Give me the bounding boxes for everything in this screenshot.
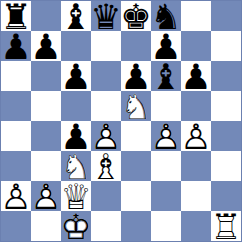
- square-e5[interactable]: ♞♘: [121, 91, 151, 121]
- piece-glyph: ♛: [91, 2, 121, 32]
- piece-black-pawn[interactable]: ♟: [181, 61, 211, 91]
- piece-outline-layer: ♖: [211, 212, 241, 242]
- square-g4[interactable]: ♟♙: [181, 121, 211, 151]
- piece-black-bishop[interactable]: ♝: [151, 61, 181, 91]
- square-f1[interactable]: [151, 211, 181, 241]
- square-d7[interactable]: [91, 31, 121, 61]
- square-f4[interactable]: ♟♙: [151, 121, 181, 151]
- piece-black-bishop[interactable]: ♝: [61, 1, 91, 31]
- piece-glyph: ♝: [61, 2, 91, 32]
- piece-outline-layer: ♙: [181, 122, 211, 152]
- chess-board: ♜♝♛♚♞♟♟♟♟♟♝♟♞♘♟♟♙♟♙♟♙♞♘♝♗♟♙♟♙♛♕♚♔♜♖: [0, 0, 242, 242]
- piece-black-queen[interactable]: ♛: [91, 1, 121, 31]
- square-f3[interactable]: [151, 151, 181, 181]
- square-c8[interactable]: ♝: [61, 1, 91, 31]
- piece-glyph: ♚: [121, 2, 151, 32]
- piece-glyph: ♟: [181, 62, 211, 92]
- piece-glyph: ♝: [151, 62, 181, 92]
- piece-glyph: ♟: [31, 32, 61, 62]
- square-b4[interactable]: [31, 121, 61, 151]
- square-f6[interactable]: ♝: [151, 61, 181, 91]
- square-e4[interactable]: [121, 121, 151, 151]
- piece-outline-layer: ♗: [91, 152, 121, 182]
- piece-outline-layer: ♙: [151, 122, 181, 152]
- square-h7[interactable]: [211, 31, 241, 61]
- piece-white-king[interactable]: ♚♔: [61, 211, 91, 241]
- piece-outline-layer: ♔: [61, 212, 91, 242]
- square-d1[interactable]: [91, 211, 121, 241]
- square-c1[interactable]: ♚♔: [61, 211, 91, 241]
- square-g2[interactable]: [181, 181, 211, 211]
- square-h6[interactable]: [211, 61, 241, 91]
- square-b1[interactable]: [31, 211, 61, 241]
- square-g3[interactable]: [181, 151, 211, 181]
- piece-glyph: ♟: [61, 62, 91, 92]
- square-h8[interactable]: [211, 1, 241, 31]
- square-d3[interactable]: ♝♗: [91, 151, 121, 181]
- piece-white-bishop[interactable]: ♝♗: [91, 151, 121, 181]
- piece-outline-layer: ♘: [121, 92, 151, 122]
- piece-glyph: ♟: [1, 32, 31, 62]
- piece-black-pawn[interactable]: ♟: [61, 61, 91, 91]
- piece-black-king[interactable]: ♚: [121, 1, 151, 31]
- square-d2[interactable]: [91, 181, 121, 211]
- piece-white-pawn[interactable]: ♟♙: [1, 181, 31, 211]
- square-g1[interactable]: [181, 211, 211, 241]
- piece-black-pawn[interactable]: ♟: [1, 31, 31, 61]
- square-e2[interactable]: [121, 181, 151, 211]
- square-e8[interactable]: ♚: [121, 1, 151, 31]
- square-h1[interactable]: ♜♖: [211, 211, 241, 241]
- square-h4[interactable]: [211, 121, 241, 151]
- square-e3[interactable]: [121, 151, 151, 181]
- square-f2[interactable]: [151, 181, 181, 211]
- square-b6[interactable]: [31, 61, 61, 91]
- piece-white-knight[interactable]: ♞♘: [121, 91, 151, 121]
- square-g6[interactable]: ♟: [181, 61, 211, 91]
- square-g8[interactable]: [181, 1, 211, 31]
- piece-outline-layer: ♙: [1, 182, 31, 212]
- square-a5[interactable]: [1, 91, 31, 121]
- square-b5[interactable]: [31, 91, 61, 121]
- square-b7[interactable]: ♟: [31, 31, 61, 61]
- square-e1[interactable]: [121, 211, 151, 241]
- square-a4[interactable]: [1, 121, 31, 151]
- square-h3[interactable]: [211, 151, 241, 181]
- square-b2[interactable]: ♟♙: [31, 181, 61, 211]
- square-d6[interactable]: [91, 61, 121, 91]
- square-a2[interactable]: ♟♙: [1, 181, 31, 211]
- square-a1[interactable]: [1, 211, 31, 241]
- piece-white-pawn[interactable]: ♟♙: [181, 121, 211, 151]
- piece-white-pawn[interactable]: ♟♙: [151, 121, 181, 151]
- piece-white-pawn[interactable]: ♟♙: [31, 181, 61, 211]
- square-a7[interactable]: ♟: [1, 31, 31, 61]
- piece-outline-layer: ♙: [31, 182, 61, 212]
- square-d8[interactable]: ♛: [91, 1, 121, 31]
- square-c6[interactable]: ♟: [61, 61, 91, 91]
- square-a6[interactable]: [1, 61, 31, 91]
- square-h5[interactable]: [211, 91, 241, 121]
- piece-black-pawn[interactable]: ♟: [31, 31, 61, 61]
- piece-white-rook[interactable]: ♜♖: [211, 211, 241, 241]
